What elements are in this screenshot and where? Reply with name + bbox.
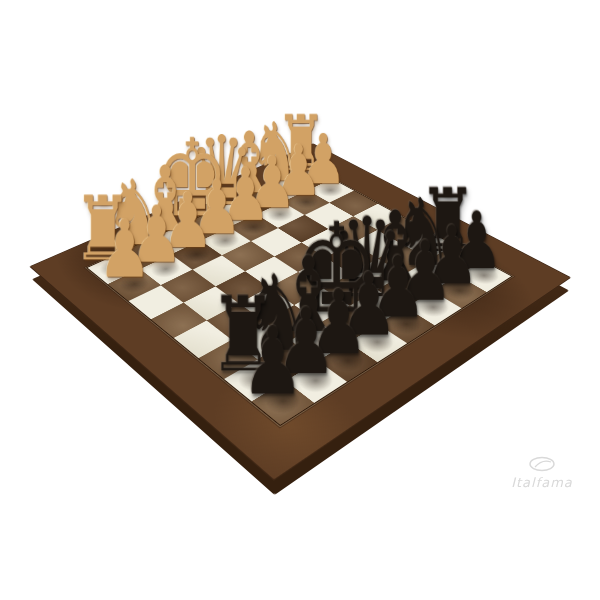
- board-frame: ♜♟♜♟♞♟♞♟♝♟♝♟♛♟♛♟♚♟♚♟♝♟♝♟♞♟♞♟♜♟♜♟: [29, 143, 571, 481]
- piece-black-pawn: ♟: [210, 314, 336, 408]
- piece-white-pawn: ♟: [71, 209, 179, 289]
- product-photo-scene: ♜♟♜♟♞♟♞♟♝♟♝♟♛♟♛♟♚♟♚♟♝♟♝♟♞♟♞♟♜♟♜♟ Italfam…: [0, 0, 600, 600]
- square-h2: ♟: [108, 269, 162, 301]
- watermark-text: Italfama: [502, 475, 582, 490]
- square-h8: ♟: [251, 380, 314, 424]
- chess-board: ♜♟♜♟♞♟♞♟♝♟♝♟♛♟♛♟♚♟♚♟♝♟♝♟♞♟♞♟♜♟♜♟: [29, 143, 571, 481]
- italfama-watermark: Italfama: [502, 455, 582, 490]
- italfama-logo-icon: [527, 455, 557, 473]
